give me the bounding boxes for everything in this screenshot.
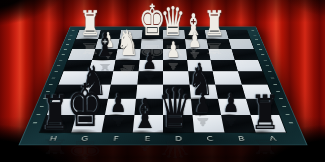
piece-reflection: ♟ — [223, 116, 239, 127]
stage: HGFEDCBA ♜♜♚♚♛♛♝♝♜♜♟♟♟♟♟♟♟♟♞♞♝♝♟♟♟♟♞♞♞♞♟… — [0, 0, 325, 162]
white-rook-glyph: ♜ — [203, 7, 225, 41]
white-knight-glyph: ♞ — [117, 27, 139, 62]
piece-reflection: ♚ — [66, 137, 103, 162]
piece-reflection: ♟ — [195, 116, 211, 127]
black-pawn-glyph: ♟ — [223, 90, 239, 116]
piece-reflection: ♟ — [166, 61, 180, 70]
piece-reflection: ♟ — [110, 116, 126, 127]
black-pawn-glyph: ♟ — [195, 90, 211, 116]
black-pawn-glyph: ♟ — [143, 50, 157, 72]
white-pawn-glyph: ♟ — [166, 40, 180, 62]
black-pawn-glyph: ♟ — [110, 90, 126, 116]
black-king-glyph: ♚ — [66, 78, 103, 137]
white-pawn-glyph: ♟ — [188, 30, 201, 51]
piece-reflection: ♝ — [132, 135, 158, 153]
piece-reflection: ♞ — [117, 62, 139, 77]
pieces-layer: ♜♜♚♚♛♛♝♝♜♜♟♟♟♟♟♟♟♟♞♞♝♝♟♟♟♟♞♞♞♞♟♟♟♟♟♟♟♟♜♜… — [0, 0, 325, 162]
black-bishop-glyph: ♝ — [132, 94, 158, 135]
black-rook-glyph: ♜ — [250, 89, 280, 136]
black-rook-glyph: ♜ — [40, 89, 70, 136]
black-queen-glyph: ♛ — [158, 81, 193, 136]
